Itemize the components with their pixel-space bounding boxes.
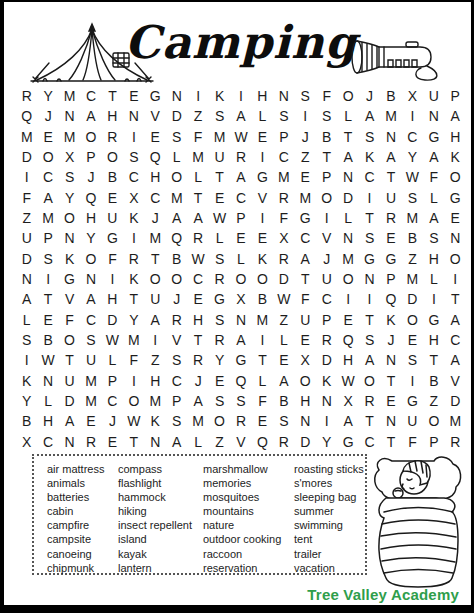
grid-cell[interactable]: J [359,86,380,106]
grid-cell[interactable]: N [273,86,294,106]
grid-cell[interactable]: A [37,188,58,208]
grid-cell[interactable]: H [102,106,123,126]
grid-cell[interactable]: W [273,289,294,309]
grid-cell[interactable]: S [166,411,187,431]
grid-cell[interactable]: S [59,167,80,187]
grid-cell[interactable]: S [16,330,37,350]
grid-cell[interactable]: R [209,269,230,289]
grid-cell[interactable]: C [37,432,58,452]
grid-cell[interactable]: D [16,147,37,167]
grid-cell[interactable]: B [273,391,294,411]
grid-cell[interactable]: I [316,411,337,431]
grid-cell[interactable]: A [445,350,466,370]
grid-cell[interactable]: Y [209,350,230,370]
grid-cell[interactable]: J [316,249,337,269]
grid-cell[interactable]: S [80,330,101,350]
grid-cell[interactable]: H [295,391,316,411]
grid-cell[interactable]: W [209,208,230,228]
grid-cell[interactable]: O [445,249,466,269]
grid-cell[interactable]: R [16,86,37,106]
grid-cell[interactable]: Y [37,86,58,106]
grid-cell[interactable]: T [380,371,401,391]
grid-cell[interactable]: S [123,147,144,167]
grid-cell[interactable]: V [316,228,337,248]
grid-cell[interactable]: M [402,269,423,289]
grid-cell[interactable]: R [273,249,294,269]
grid-cell[interactable]: V [145,106,166,126]
grid-cell[interactable]: M [295,188,316,208]
grid-cell[interactable]: N [380,411,401,431]
grid-cell[interactable]: E [187,289,208,309]
grid-cell[interactable]: M [80,391,101,411]
grid-cell[interactable]: O [252,269,273,289]
grid-cell[interactable]: M [402,208,423,228]
grid-cell[interactable]: Q [166,228,187,248]
grid-cell[interactable]: K [145,411,166,431]
grid-cell[interactable]: O [295,371,316,391]
grid-cell[interactable]: A [359,106,380,126]
grid-cell[interactable]: T [187,330,208,350]
grid-cell[interactable]: N [16,269,37,289]
grid-cell[interactable]: Z [187,106,208,126]
grid-cell[interactable]: L [337,208,358,228]
grid-cell[interactable]: A [273,371,294,391]
grid-cell[interactable]: U [402,411,423,431]
grid-cell[interactable]: A [380,147,401,167]
grid-cell[interactable]: U [80,350,101,370]
grid-cell[interactable]: A [445,310,466,330]
grid-cell[interactable]: I [359,188,380,208]
grid-cell[interactable]: J [380,330,401,350]
grid-cell[interactable]: S [230,391,251,411]
grid-cell[interactable]: R [209,330,230,350]
grid-cell[interactable]: G [359,249,380,269]
grid-cell[interactable]: L [102,350,123,370]
grid-cell[interactable]: H [80,208,101,228]
grid-cell[interactable]: A [16,289,37,309]
grid-cell[interactable]: X [337,391,358,411]
grid-cell[interactable]: S [209,106,230,126]
grid-cell[interactable]: K [16,371,37,391]
grid-cell[interactable]: I [145,330,166,350]
grid-cell[interactable]: G [423,127,444,147]
grid-cell[interactable]: N [145,432,166,452]
grid-cell[interactable]: J [102,411,123,431]
grid-cell[interactable]: Q [16,106,37,126]
grid-cell[interactable]: O [102,147,123,167]
grid-cell[interactable]: E [123,86,144,106]
grid-cell[interactable]: R [187,228,208,248]
grid-cell[interactable]: D [166,106,187,126]
grid-cell[interactable]: H [145,371,166,391]
grid-cell[interactable]: E [252,228,273,248]
grid-cell[interactable]: L [273,330,294,350]
grid-cell[interactable]: S [37,249,58,269]
grid-cell[interactable]: A [359,350,380,370]
grid-cell[interactable]: B [380,86,401,106]
grid-cell[interactable]: B [16,411,37,431]
grid-cell[interactable]: A [80,289,101,309]
grid-cell[interactable]: T [145,249,166,269]
grid-cell[interactable]: T [337,127,358,147]
grid-cell[interactable]: D [59,391,80,411]
grid-cell[interactable]: A [337,147,358,167]
grid-cell[interactable]: P [102,371,123,391]
grid-cell[interactable]: I [295,106,316,126]
grid-cell[interactable]: E [37,127,58,147]
grid-cell[interactable]: S [273,106,294,126]
grid-cell[interactable]: N [423,106,444,126]
grid-cell[interactable]: I [252,208,273,228]
grid-cell[interactable]: T [123,432,144,452]
grid-cell[interactable]: S [359,127,380,147]
grid-cell[interactable]: M [380,106,401,126]
grid-cell[interactable]: E [295,330,316,350]
grid-cell[interactable]: G [102,228,123,248]
grid-cell[interactable]: J [80,167,101,187]
grid-cell[interactable]: R [102,127,123,147]
grid-cell[interactable]: F [295,289,316,309]
grid-cell[interactable]: G [59,269,80,289]
grid-cell[interactable]: A [230,167,251,187]
grid-cell[interactable]: T [380,432,401,452]
grid-cell[interactable]: E [209,371,230,391]
grid-cell[interactable]: I [230,86,251,106]
grid-cell[interactable]: H [187,310,208,330]
grid-cell[interactable]: S [209,249,230,269]
grid-cell[interactable]: V [59,289,80,309]
grid-cell[interactable]: M [166,188,187,208]
grid-cell[interactable]: U [16,228,37,248]
grid-cell[interactable]: T [102,86,123,106]
grid-cell[interactable]: T [423,350,444,370]
grid-cell[interactable]: U [423,86,444,106]
grid-cell[interactable]: N [230,310,251,330]
grid-cell[interactable]: W [402,167,423,187]
grid-cell[interactable]: T [445,289,466,309]
grid-cell[interactable]: Y [402,147,423,167]
grid-cell[interactable]: I [252,147,273,167]
grid-cell[interactable]: W [37,350,58,370]
grid-cell[interactable]: E [252,127,273,147]
grid-cell[interactable]: B [37,330,58,350]
grid-cell[interactable]: H [252,86,273,106]
grid-cell[interactable]: D [102,310,123,330]
grid-cell[interactable]: U [209,147,230,167]
grid-cell[interactable]: K [123,208,144,228]
grid-cell[interactable]: N [59,106,80,126]
grid-cell[interactable]: O [337,269,358,289]
grid-cell[interactable]: T [123,289,144,309]
grid-cell[interactable]: R [230,147,251,167]
grid-cell[interactable]: H [423,330,444,350]
grid-cell[interactable]: O [123,391,144,411]
grid-cell[interactable]: N [59,228,80,248]
grid-cell[interactable]: I [16,350,37,370]
grid-cell[interactable]: G [380,249,401,269]
grid-cell[interactable]: T [380,167,401,187]
grid-cell[interactable]: B [102,167,123,187]
grid-cell[interactable]: Q [80,188,101,208]
grid-cell[interactable]: I [102,269,123,289]
grid-cell[interactable]: N [166,86,187,106]
grid-cell[interactable]: V [230,432,251,452]
grid-cell[interactable]: N [80,269,101,289]
grid-cell[interactable]: X [273,228,294,248]
grid-cell[interactable]: F [252,391,273,411]
grid-cell[interactable]: L [209,228,230,248]
grid-cell[interactable]: K [209,86,230,106]
grid-cell[interactable]: L [37,391,58,411]
grid-cell[interactable]: G [402,391,423,411]
grid-cell[interactable]: R [316,330,337,350]
grid-cell[interactable]: F [187,127,208,147]
grid-cell[interactable]: X [295,350,316,370]
grid-cell[interactable]: M [59,86,80,106]
grid-cell[interactable]: P [380,269,401,289]
grid-cell[interactable]: G [423,310,444,330]
grid-cell[interactable]: P [80,147,101,167]
grid-cell[interactable]: I [359,289,380,309]
grid-cell[interactable]: R [80,432,101,452]
grid-cell[interactable]: L [337,106,358,126]
grid-cell[interactable]: E [445,208,466,228]
grid-cell[interactable]: P [37,228,58,248]
grid-cell[interactable]: U [316,269,337,289]
grid-cell[interactable]: B [252,289,273,309]
grid-cell[interactable]: O [59,330,80,350]
grid-cell[interactable]: P [445,86,466,106]
grid-cell[interactable]: F [273,208,294,228]
grid-cell[interactable]: T [252,350,273,370]
grid-cell[interactable]: A [230,106,251,126]
grid-cell[interactable]: L [16,310,37,330]
grid-cell[interactable]: M [209,127,230,147]
grid-cell[interactable]: A [59,411,80,431]
grid-cell[interactable]: G [209,289,230,309]
grid-cell[interactable]: M [123,330,144,350]
grid-cell[interactable]: P [166,391,187,411]
grid-cell[interactable]: P [316,310,337,330]
grid-cell[interactable]: S [166,350,187,370]
grid-cell[interactable]: U [380,188,401,208]
grid-cell[interactable]: F [123,350,144,370]
grid-cell[interactable]: K [445,147,466,167]
grid-cell[interactable]: K [123,269,144,289]
grid-cell[interactable]: W [123,411,144,431]
grid-cell[interactable]: Q [230,371,251,391]
grid-cell[interactable]: I [123,228,144,248]
grid-cell[interactable]: T [316,147,337,167]
grid-cell[interactable]: R [380,208,401,228]
grid-cell[interactable]: S [359,330,380,350]
grid-cell[interactable]: C [230,188,251,208]
grid-cell[interactable]: G [295,208,316,228]
grid-cell[interactable]: J [295,127,316,147]
grid-cell[interactable]: P [273,127,294,147]
grid-cell[interactable]: F [316,86,337,106]
grid-cell[interactable]: C [166,371,187,391]
grid-cell[interactable]: R [187,350,208,370]
grid-cell[interactable]: E [337,310,358,330]
grid-cell[interactable]: T [359,411,380,431]
grid-cell[interactable]: H [145,167,166,187]
grid-cell[interactable]: T [359,208,380,228]
grid-cell[interactable]: B [166,249,187,269]
grid-cell[interactable]: N [359,269,380,289]
grid-cell[interactable]: P [316,167,337,187]
grid-cell[interactable]: M [273,167,294,187]
grid-cell[interactable]: A [145,310,166,330]
grid-cell[interactable]: S [209,391,230,411]
grid-cell[interactable]: M [445,411,466,431]
grid-cell[interactable]: B [423,371,444,391]
grid-cell[interactable]: S [316,106,337,126]
grid-cell[interactable]: J [37,106,58,126]
grid-cell[interactable]: Z [295,147,316,167]
grid-cell[interactable]: E [380,228,401,248]
grid-cell[interactable]: Z [209,432,230,452]
grid-cell[interactable]: C [145,188,166,208]
grid-cell[interactable]: J [166,289,187,309]
grid-cell[interactable]: N [380,127,401,147]
grid-cell[interactable]: A [295,249,316,269]
grid-cell[interactable]: A [187,391,208,411]
grid-cell[interactable]: Q [145,147,166,167]
grid-cell[interactable]: O [359,371,380,391]
grid-cell[interactable]: O [445,167,466,187]
grid-cell[interactable]: D [16,249,37,269]
grid-cell[interactable]: N [337,167,358,187]
grid-cell[interactable]: Y [59,188,80,208]
grid-cell[interactable]: C [295,228,316,248]
grid-cell[interactable]: R [123,249,144,269]
grid-cell[interactable]: J [145,208,166,228]
grid-cell[interactable]: R [273,188,294,208]
grid-cell[interactable]: M [252,310,273,330]
grid-cell[interactable]: O [37,147,58,167]
grid-cell[interactable]: B [402,228,423,248]
grid-cell[interactable]: U [145,289,166,309]
grid-cell[interactable]: N [123,106,144,126]
grid-cell[interactable]: N [37,371,58,391]
grid-cell[interactable]: S [423,228,444,248]
grid-cell[interactable]: S [359,228,380,248]
grid-cell[interactable]: G [252,167,273,187]
grid-cell[interactable]: R [273,432,294,452]
grid-cell[interactable]: C [273,147,294,167]
grid-cell[interactable]: I [445,269,466,289]
grid-cell[interactable]: G [445,188,466,208]
grid-cell[interactable]: Q [337,330,358,350]
grid-cell[interactable]: F [402,432,423,452]
grid-cell[interactable]: E [380,391,401,411]
grid-cell[interactable]: W [187,249,208,269]
grid-cell[interactable]: C [123,167,144,187]
grid-cell[interactable]: K [252,249,273,269]
grid-cell[interactable]: M [337,249,358,269]
grid-cell[interactable]: L [187,432,208,452]
grid-cell[interactable]: I [123,371,144,391]
grid-cell[interactable]: D [295,432,316,452]
grid-cell[interactable]: R [359,391,380,411]
grid-cell[interactable]: I [337,289,358,309]
grid-cell[interactable]: O [80,249,101,269]
grid-cell[interactable]: I [316,208,337,228]
grid-cell[interactable]: Y [123,310,144,330]
grid-cell[interactable]: N [337,228,358,248]
grid-cell[interactable]: O [423,411,444,431]
grid-cell[interactable]: Y [80,228,101,248]
grid-cell[interactable]: A [445,106,466,126]
grid-cell[interactable]: O [145,269,166,289]
grid-cell[interactable]: U [102,208,123,228]
grid-cell[interactable]: Z [145,350,166,370]
grid-cell[interactable]: A [80,106,101,126]
grid-cell[interactable]: T [187,188,208,208]
grid-cell[interactable]: R [230,411,251,431]
grid-cell[interactable]: I [423,289,444,309]
grid-cell[interactable]: E [102,188,123,208]
grid-cell[interactable]: E [252,411,273,431]
grid-cell[interactable]: O [166,269,187,289]
grid-cell[interactable]: C [37,167,58,187]
grid-cell[interactable]: J [187,371,208,391]
grid-cell[interactable]: L [423,188,444,208]
grid-cell[interactable]: E [102,432,123,452]
grid-cell[interactable]: I [402,371,423,391]
grid-cell[interactable]: X [230,289,251,309]
grid-cell[interactable]: H [423,249,444,269]
grid-cell[interactable]: G [145,86,166,106]
grid-cell[interactable]: U [295,310,316,330]
grid-cell[interactable]: Q [380,289,401,309]
grid-cell[interactable]: M [59,127,80,147]
grid-cell[interactable]: W [337,371,358,391]
grid-cell[interactable]: E [402,330,423,350]
grid-cell[interactable]: C [359,167,380,187]
grid-cell[interactable]: N [59,432,80,452]
grid-cell[interactable]: K [359,147,380,167]
grid-cell[interactable]: A [166,208,187,228]
grid-cell[interactable]: T [295,269,316,289]
grid-cell[interactable]: N [295,411,316,431]
grid-cell[interactable]: L [252,106,273,126]
grid-cell[interactable]: W [230,127,251,147]
grid-cell[interactable]: F [59,310,80,330]
grid-cell[interactable]: H [102,289,123,309]
grid-cell[interactable]: C [102,391,123,411]
grid-cell[interactable]: E [80,411,101,431]
grid-cell[interactable]: K [316,371,337,391]
grid-cell[interactable]: N [316,391,337,411]
grid-cell[interactable]: C [80,310,101,330]
grid-cell[interactable]: H [445,127,466,147]
grid-cell[interactable]: Q [252,432,273,452]
grid-cell[interactable]: M [37,208,58,228]
grid-cell[interactable]: X [16,432,37,452]
grid-cell[interactable]: C [445,330,466,350]
grid-cell[interactable]: C [80,86,101,106]
grid-cell[interactable]: A [230,330,251,350]
grid-cell[interactable]: O [230,269,251,289]
grid-cell[interactable]: D [402,289,423,309]
grid-cell[interactable]: Z [423,391,444,411]
grid-cell[interactable]: P [230,208,251,228]
grid-cell[interactable]: A [423,208,444,228]
grid-cell[interactable]: B [316,127,337,147]
grid-cell[interactable]: O [316,188,337,208]
